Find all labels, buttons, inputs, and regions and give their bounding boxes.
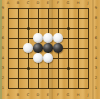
stone-white[interactable] [33,33,43,43]
grid-line-horizontal [8,78,89,79]
stone-black[interactable] [43,43,53,53]
column-label-top: H [75,1,81,5]
row-label-left: 6 [0,36,6,40]
row-label-right: 9 [93,6,99,10]
row-label-left: 5 [0,46,6,50]
column-label-top: G [65,1,71,5]
stone-white[interactable] [43,53,53,63]
stone-white[interactable] [23,43,33,53]
stone-white[interactable] [33,53,43,63]
star-point [27,27,30,30]
row-label-right: 6 [93,36,99,40]
row-label-right: 5 [93,46,99,50]
column-label-bottom: D [35,93,41,97]
stone-black[interactable] [33,43,43,53]
column-label-top: D [35,1,41,5]
row-label-left: 2 [0,76,6,80]
row-label-right: 4 [93,56,99,60]
row-label-left: 7 [0,26,6,30]
go-app-stage: AABBCCDDEEFFGGHHJJ998877665544332211 [0,0,100,99]
row-label-left: 4 [0,56,6,60]
row-label-left: 9 [0,6,6,10]
column-label-bottom: G [65,93,71,97]
row-label-right: 7 [93,26,99,30]
star-point [67,67,70,70]
row-label-right: 3 [93,66,99,70]
grid-line-horizontal [8,88,89,89]
column-label-top: C [25,1,31,5]
row-label-right: 8 [93,16,99,20]
row-label-left: 8 [0,16,6,20]
column-label-top: A [5,1,11,5]
grid-line-vertical [68,8,69,89]
column-label-top: B [15,1,21,5]
row-label-left: 1 [0,86,6,90]
column-label-top: E [45,1,51,5]
stone-white[interactable] [53,33,63,43]
row-label-right: 1 [93,86,99,90]
column-label-bottom: H [75,93,81,97]
column-label-bottom: E [45,93,51,97]
column-label-top: F [55,1,61,5]
column-label-bottom: A [5,93,11,97]
column-label-top: J [85,1,91,5]
column-label-bottom: B [15,93,21,97]
column-label-bottom: C [25,93,31,97]
row-label-right: 2 [93,76,99,80]
column-label-bottom: J [85,93,91,97]
column-label-bottom: F [55,93,61,97]
star-point [27,67,30,70]
stone-white[interactable] [43,33,53,43]
grid-line-vertical [78,8,79,89]
star-point [67,27,70,30]
stone-black[interactable] [53,43,63,53]
row-label-left: 3 [0,66,6,70]
grid-line-horizontal [8,68,89,69]
grid-line-vertical [88,8,89,89]
